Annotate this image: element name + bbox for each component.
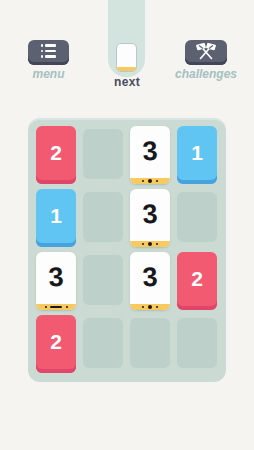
challenges-flags-icon	[195, 43, 217, 60]
tile-value: 1	[36, 189, 76, 243]
tile-2-r1c1[interactable]: 2	[36, 126, 76, 184]
next-card-yellow-strip	[117, 67, 136, 71]
empty-cell-r4c2	[83, 318, 123, 368]
empty-cell-r1c2	[83, 129, 123, 179]
tile-3-r3c1[interactable]: 3	[36, 252, 76, 310]
tile-value: 3	[129, 188, 172, 240]
tile-1-r1c4[interactable]: 1	[177, 126, 217, 184]
empty-cell-r4c3	[130, 318, 170, 368]
challenges-button[interactable]	[185, 40, 227, 65]
tile-value: 3	[35, 251, 78, 303]
empty-cell-r2c2	[83, 192, 123, 242]
card-face-strip	[130, 241, 170, 247]
tile-value: 2	[36, 126, 76, 180]
card-face-strip	[130, 178, 170, 184]
menu-list-icon	[41, 44, 57, 58]
tile-3-r3c3[interactable]: 3	[130, 252, 170, 310]
tile-3-r2c3[interactable]: 3	[130, 189, 170, 247]
challenges-label: challenges	[159, 68, 253, 81]
tile-value: 1	[177, 126, 217, 180]
tile-2-r3c4[interactable]: 2	[177, 252, 217, 310]
empty-cell-r4c4	[177, 318, 217, 368]
tile-1-r2c1[interactable]: 1	[36, 189, 76, 247]
next-tile-tab	[108, 0, 145, 77]
empty-cell-r2c4	[177, 192, 217, 242]
next-label: next	[100, 76, 154, 89]
tile-value: 3	[129, 251, 172, 303]
tile-2-r4c1[interactable]: 2	[36, 315, 76, 373]
card-face-strip	[36, 304, 76, 310]
tile-value: 3	[129, 125, 172, 177]
card-face-strip	[130, 304, 170, 310]
menu-button[interactable]	[28, 40, 69, 65]
menu-label: menu	[8, 68, 89, 81]
game-board[interactable]: 231133322	[28, 118, 226, 382]
tile-value: 2	[177, 252, 217, 306]
next-tile-card	[116, 43, 137, 72]
tile-value: 2	[36, 315, 76, 369]
empty-cell-r3c2	[83, 255, 123, 305]
tile-3-r1c3[interactable]: 3	[130, 126, 170, 184]
threes-game-screen: menu next challenges 231133322	[0, 0, 254, 450]
